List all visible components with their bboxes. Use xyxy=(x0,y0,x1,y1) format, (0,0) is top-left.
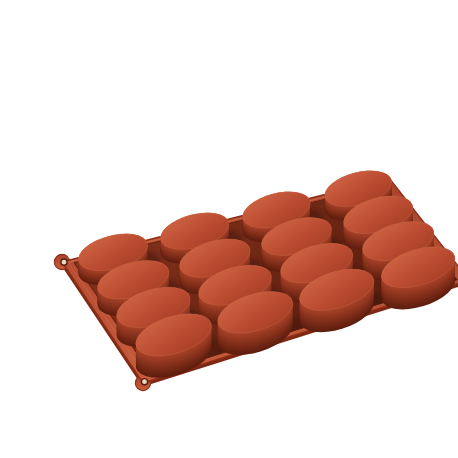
silicone-mold-illustration xyxy=(40,16,458,458)
silicone-mold xyxy=(54,164,458,390)
hang-hole-bottom xyxy=(141,379,147,385)
hang-hole-left xyxy=(61,259,67,265)
product-photo xyxy=(40,16,458,458)
